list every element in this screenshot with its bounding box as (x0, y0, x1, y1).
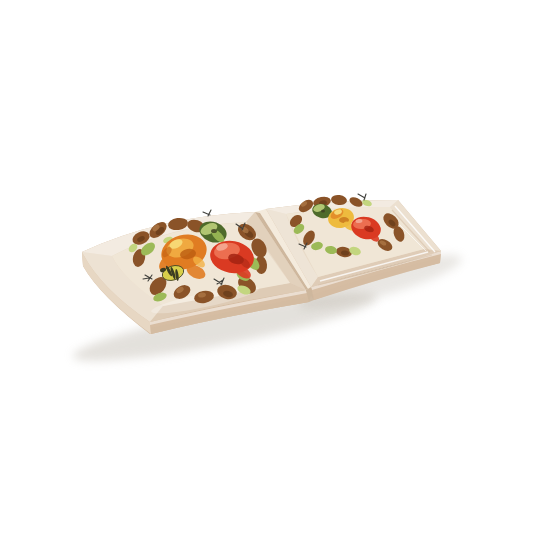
ceramic-book-photo: Cream glazed ceramic piece shaped like a… (0, 0, 533, 533)
rosette-centre (321, 210, 325, 213)
rosette-centre (211, 229, 217, 233)
product-photo: Cream glazed ceramic piece shaped like a… (0, 0, 533, 533)
